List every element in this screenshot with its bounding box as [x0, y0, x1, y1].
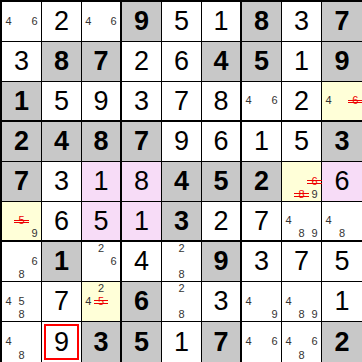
cell-r7c4[interactable]: 4 — [122, 242, 162, 282]
solved-value: 9 — [174, 128, 189, 155]
cell-r6c2[interactable]: 6 — [42, 202, 82, 242]
candidate-grid: 48 — [2, 322, 41, 362]
candidate-8: 8 — [15, 349, 28, 362]
candidate-8: 8 — [295, 227, 308, 240]
given-value: 4 — [213, 48, 228, 75]
cell-r2c8[interactable]: 1 — [282, 42, 322, 82]
solved-value: 6 — [213, 128, 228, 155]
candidate-grid: 689 — [282, 162, 321, 201]
cell-r5c1[interactable]: 7 — [2, 162, 42, 202]
given-value: 4 — [54, 128, 69, 155]
solved-value: 3 — [294, 8, 309, 35]
cell-r6c1[interactable]: 59 — [2, 202, 42, 242]
solved-value: 8 — [134, 168, 149, 195]
candidate-grid: 458 — [2, 282, 41, 321]
given-value: 6 — [134, 288, 149, 315]
candidate-4: 4 — [282, 295, 295, 308]
candidate-4: 4 — [322, 95, 335, 108]
cell-r7c9[interactable]: 5 — [322, 242, 362, 282]
cell-r7c7[interactable]: 3 — [242, 242, 282, 282]
cell-r2c4[interactable]: 2 — [122, 42, 162, 82]
solved-value: 3 — [14, 48, 29, 75]
cell-r3c7[interactable]: 46 — [242, 82, 282, 122]
solved-value: 1 — [174, 329, 189, 356]
cell-r5c5[interactable]: 4 — [162, 162, 202, 202]
candidate-8: 8 — [15, 308, 28, 321]
solved-value: 5 — [54, 88, 69, 115]
cell-r4c2[interactable]: 4 — [42, 122, 82, 162]
cell-r1c8[interactable]: 3 — [282, 2, 322, 42]
candidate-6: 6 — [268, 335, 281, 348]
candidate-grid: 468 — [282, 322, 321, 362]
cell-r8c5[interactable]: 28 — [162, 282, 202, 322]
candidate-grid: 26 — [82, 242, 120, 281]
candidate-grid: 28 — [162, 282, 201, 321]
cell-r4c9[interactable]: 3 — [322, 122, 362, 162]
solved-value: 3 — [134, 88, 149, 115]
cell-r4c5[interactable]: 9 — [162, 122, 202, 162]
candidate-8: 8 — [15, 268, 28, 281]
cell-r2c3[interactable]: 7 — [82, 42, 122, 82]
cell-r6c6[interactable]: 2 — [202, 202, 242, 242]
candidate-6-eliminated: 6 — [349, 95, 362, 108]
candidate-2: 2 — [95, 242, 108, 255]
solved-value: 7 — [54, 288, 69, 315]
cell-r2c5[interactable]: 6 — [162, 42, 202, 82]
solved-value: 8 — [213, 88, 228, 115]
cell-r8c9[interactable]: 1 — [322, 282, 362, 322]
candidate-6: 6 — [308, 335, 321, 348]
sudoku-board: 4624695183738726451915937846246248796153… — [0, 0, 362, 362]
candidate-4: 4 — [82, 295, 95, 308]
cell-r8c2[interactable]: 7 — [42, 282, 82, 322]
cell-r3c5[interactable]: 7 — [162, 82, 202, 122]
cell-r6c9[interactable]: 48 — [322, 202, 362, 242]
cell-r1c6[interactable]: 1 — [202, 2, 242, 42]
solved-value: 6 — [174, 48, 189, 75]
cell-r1c9[interactable]: 7 — [322, 2, 362, 42]
solved-value: 7 — [174, 88, 189, 115]
candidate-4: 4 — [242, 295, 255, 308]
cell-r9c1[interactable]: 48 — [2, 322, 42, 362]
cell-r3c3[interactable]: 9 — [82, 82, 122, 122]
candidate-5-eliminated: 5 — [15, 215, 28, 228]
candidate-6: 6 — [107, 255, 120, 268]
cell-r9c6[interactable]: 7 — [202, 322, 242, 362]
candidate-6: 6 — [28, 255, 41, 268]
cell-r6c4[interactable]: 1 — [122, 202, 162, 242]
cell-r4c1[interactable]: 2 — [2, 122, 42, 162]
candidate-9: 9 — [268, 308, 281, 321]
solved-value: 2 — [134, 48, 149, 75]
solved-value: 3 — [213, 288, 228, 315]
given-value: 9 — [334, 48, 349, 75]
cell-r7c3[interactable]: 26 — [82, 242, 122, 282]
candidate-9: 9 — [308, 308, 321, 321]
solved-value: 1 — [334, 288, 349, 315]
given-value: 1 — [14, 88, 29, 115]
cell-r2c6[interactable]: 4 — [202, 42, 242, 82]
candidate-grid: 28 — [162, 242, 201, 281]
solved-value: 6 — [54, 208, 69, 235]
cell-r8c8[interactable]: 489 — [282, 282, 322, 322]
cell-r3c9[interactable]: 46 — [322, 82, 362, 122]
given-value: 3 — [93, 329, 108, 356]
cell-r7c5[interactable]: 28 — [162, 242, 202, 282]
cell-r9c7[interactable]: 46 — [242, 322, 282, 362]
cell-r7c1[interactable]: 68 — [2, 242, 42, 282]
solved-value: 2 — [213, 208, 228, 235]
given-value: 8 — [93, 128, 108, 155]
candidate-6: 6 — [268, 95, 281, 108]
solved-value: 9 — [93, 88, 108, 115]
solved-value: 1 — [254, 128, 269, 155]
cell-r5c9[interactable]: 6 — [322, 162, 362, 202]
solved-value: 1 — [294, 48, 309, 75]
candidate-4: 4 — [2, 295, 15, 308]
solved-value: 5 — [93, 208, 108, 235]
candidate-4: 4 — [242, 335, 255, 348]
solved-value: 1 — [134, 208, 149, 235]
cell-r7c8[interactable]: 7 — [282, 242, 322, 282]
solved-value: 4 — [134, 248, 149, 275]
cell-r2c7[interactable]: 5 — [242, 42, 282, 82]
given-value: 8 — [254, 8, 269, 35]
cell-r6c3[interactable]: 5 — [82, 202, 122, 242]
candidate-grid: 49 — [242, 282, 281, 321]
cell-r3c1[interactable]: 1 — [2, 82, 42, 122]
cell-r2c2[interactable]: 8 — [42, 42, 82, 82]
cell-r3c4[interactable]: 3 — [122, 82, 162, 122]
cell-r2c9[interactable]: 9 — [322, 42, 362, 82]
cell-r4c3[interactable]: 8 — [82, 122, 122, 162]
given-value: 3 — [174, 208, 189, 235]
candidate-9: 9 — [308, 188, 321, 201]
solved-value: 2 — [54, 8, 69, 35]
cell-r5c6[interactable]: 5 — [202, 162, 242, 202]
cell-r9c8[interactable]: 468 — [282, 322, 322, 362]
cell-r8c1[interactable]: 458 — [2, 282, 42, 322]
solved-value: 1 — [213, 8, 228, 35]
candidate-grid: 68 — [2, 242, 41, 281]
cell-r1c1[interactable]: 46 — [2, 2, 42, 42]
given-value: 2 — [14, 128, 29, 155]
given-value: 8 — [54, 48, 69, 75]
candidate-grid: 489 — [282, 282, 321, 321]
candidate-8: 8 — [295, 349, 308, 362]
cell-r1c7[interactable]: 8 — [242, 2, 282, 42]
cell-r4c8[interactable]: 5 — [282, 122, 322, 162]
given-value: 5 — [213, 168, 228, 195]
cell-r9c4[interactable]: 5 — [122, 322, 162, 362]
candidate-grid: 46 — [242, 82, 281, 120]
candidate-2: 2 — [175, 242, 188, 255]
candidate-grid: 48 — [322, 202, 362, 240]
solved-value: 2 — [294, 88, 309, 115]
cell-r4c4[interactable]: 7 — [122, 122, 162, 162]
candidate-2: 2 — [175, 282, 188, 295]
candidate-4: 4 — [242, 95, 255, 108]
cell-r4c6[interactable]: 6 — [202, 122, 242, 162]
cell-r1c5[interactable]: 5 — [162, 2, 202, 42]
given-value: 4 — [174, 168, 189, 195]
cell-r6c5[interactable]: 3 — [162, 202, 202, 242]
candidate-4: 4 — [82, 15, 95, 28]
cell-r4c7[interactable]: 1 — [242, 122, 282, 162]
cell-r5c8[interactable]: 689 — [282, 162, 322, 202]
candidate-4: 4 — [2, 15, 15, 28]
candidate-9: 9 — [28, 227, 41, 240]
cell-r6c7[interactable]: 7 — [242, 202, 282, 242]
solved-value: 3 — [54, 168, 69, 195]
given-value: 7 — [213, 329, 228, 356]
solved-value: 9 — [54, 329, 69, 356]
cell-r9c2[interactable]: 9 — [42, 322, 82, 362]
cell-r8c7[interactable]: 49 — [242, 282, 282, 322]
cell-r8c3[interactable]: 245 — [82, 282, 122, 322]
cell-r1c3[interactable]: 46 — [82, 2, 122, 42]
solved-value: 7 — [294, 248, 309, 275]
solved-value: 5 — [334, 248, 349, 275]
solved-value: 5 — [294, 128, 309, 155]
candidate-4: 4 — [282, 215, 295, 228]
given-value: 5 — [254, 48, 269, 75]
cell-r1c2[interactable]: 2 — [42, 2, 82, 42]
candidate-8: 8 — [175, 308, 188, 321]
candidate-8: 8 — [335, 227, 348, 240]
given-value: 7 — [93, 48, 108, 75]
given-value: 7 — [334, 8, 349, 35]
solved-value: 6 — [334, 168, 349, 195]
cell-r3c2[interactable]: 5 — [42, 82, 82, 122]
cell-r8c4[interactable]: 6 — [122, 282, 162, 322]
given-value: 1 — [54, 248, 69, 275]
candidate-6: 6 — [107, 15, 120, 28]
given-value: 5 — [134, 329, 149, 356]
candidate-5: 5 — [15, 295, 28, 308]
candidate-grid: 245 — [82, 282, 120, 321]
given-value: 9 — [134, 8, 149, 35]
cell-r7c6[interactable]: 9 — [202, 242, 242, 282]
candidate-grid: 59 — [2, 202, 41, 240]
candidate-grid: 46 — [322, 82, 362, 120]
given-value: 2 — [254, 168, 269, 195]
given-value: 7 — [134, 128, 149, 155]
candidate-6-eliminated: 6 — [308, 175, 321, 188]
cell-r5c2[interactable]: 3 — [42, 162, 82, 202]
candidate-8: 8 — [295, 308, 308, 321]
solved-value: 3 — [254, 248, 269, 275]
candidate-8: 8 — [175, 268, 188, 281]
candidate-4: 4 — [2, 335, 15, 348]
cell-r3c8[interactable]: 2 — [282, 82, 322, 122]
candidate-grid: 46 — [2, 2, 41, 41]
candidate-4: 4 — [322, 215, 335, 228]
cell-r1c4[interactable]: 9 — [122, 2, 162, 42]
cell-r2c1[interactable]: 3 — [2, 42, 42, 82]
candidate-grid: 46 — [242, 322, 281, 362]
cell-r6c8[interactable]: 489 — [282, 202, 322, 242]
cell-r3c6[interactable]: 8 — [202, 82, 242, 122]
candidate-8-eliminated: 8 — [295, 188, 308, 201]
given-value: 9 — [213, 248, 228, 275]
candidate-grid: 489 — [282, 202, 321, 240]
candidate-grid: 46 — [82, 2, 120, 41]
cell-r9c9[interactable]: 2 — [322, 322, 362, 362]
given-value: 2 — [334, 329, 349, 356]
cell-r8c6[interactable]: 3 — [202, 282, 242, 322]
cell-r9c3[interactable]: 3 — [82, 322, 122, 362]
given-value: 7 — [14, 168, 29, 195]
cell-r7c2[interactable]: 1 — [42, 242, 82, 282]
candidate-5-eliminated: 5 — [95, 295, 108, 308]
candidate-6: 6 — [28, 15, 41, 28]
solved-value: 1 — [93, 168, 108, 195]
solved-value: 7 — [254, 208, 269, 235]
candidate-2: 2 — [95, 282, 108, 295]
cell-r9c5[interactable]: 1 — [162, 322, 202, 362]
solved-value: 5 — [174, 8, 189, 35]
cell-r5c3[interactable]: 1 — [82, 162, 122, 202]
cell-r5c7[interactable]: 2 — [242, 162, 282, 202]
candidate-4: 4 — [282, 335, 295, 348]
given-value: 3 — [334, 128, 349, 155]
candidate-9: 9 — [308, 227, 321, 240]
cell-r5c4[interactable]: 8 — [122, 162, 162, 202]
